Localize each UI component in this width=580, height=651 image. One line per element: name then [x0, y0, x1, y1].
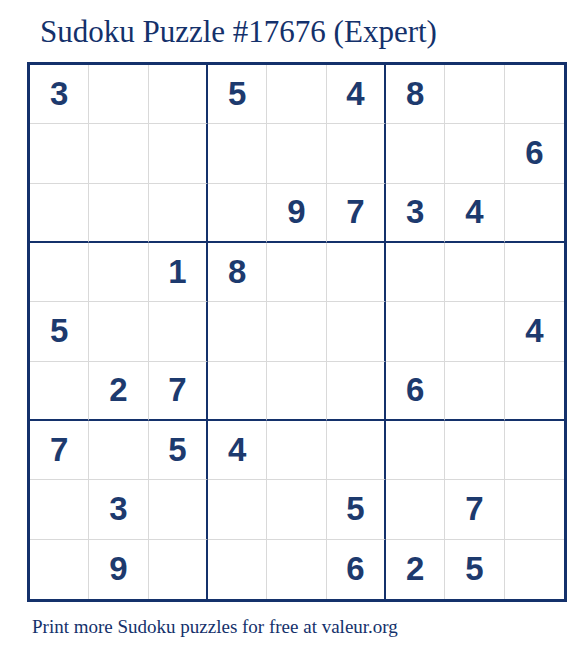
- cell-r5c1[interactable]: 5: [30, 302, 89, 361]
- cell-r8c7[interactable]: [386, 480, 445, 539]
- cell-r6c9[interactable]: [505, 362, 564, 421]
- cell-r1c2[interactable]: [89, 65, 148, 124]
- cell-r4c4[interactable]: 8: [208, 243, 267, 302]
- cell-r1c7[interactable]: 8: [386, 65, 445, 124]
- cell-r8c1[interactable]: [30, 480, 89, 539]
- cell-r1c5[interactable]: [267, 65, 326, 124]
- cell-r3c9[interactable]: [505, 184, 564, 243]
- cell-r3c1[interactable]: [30, 184, 89, 243]
- cell-r4c2[interactable]: [89, 243, 148, 302]
- cell-r1c8[interactable]: [445, 65, 504, 124]
- cell-r6c3[interactable]: 7: [149, 362, 208, 421]
- cell-r7c1[interactable]: 7: [30, 421, 89, 480]
- cell-r7c3[interactable]: 5: [149, 421, 208, 480]
- cell-r2c9[interactable]: 6: [505, 124, 564, 183]
- cell-r4c9[interactable]: [505, 243, 564, 302]
- cell-r6c1[interactable]: [30, 362, 89, 421]
- cell-r8c9[interactable]: [505, 480, 564, 539]
- cell-r9c8[interactable]: 5: [445, 540, 504, 599]
- cell-r4c1[interactable]: [30, 243, 89, 302]
- cell-r8c6[interactable]: 5: [327, 480, 386, 539]
- cell-r5c8[interactable]: [445, 302, 504, 361]
- cell-r3c5[interactable]: 9: [267, 184, 326, 243]
- cell-r2c6[interactable]: [327, 124, 386, 183]
- cell-r9c3[interactable]: [149, 540, 208, 599]
- cell-r8c5[interactable]: [267, 480, 326, 539]
- sudoku-board: 35486973418542767543579625: [27, 62, 567, 602]
- cell-r2c8[interactable]: [445, 124, 504, 183]
- cell-r7c6[interactable]: [327, 421, 386, 480]
- cell-r6c6[interactable]: [327, 362, 386, 421]
- footer-text: Print more Sudoku puzzles for free at va…: [32, 616, 398, 638]
- cell-r4c7[interactable]: [386, 243, 445, 302]
- cell-r4c5[interactable]: [267, 243, 326, 302]
- cell-r6c8[interactable]: [445, 362, 504, 421]
- cell-r9c1[interactable]: [30, 540, 89, 599]
- cell-r9c9[interactable]: [505, 540, 564, 599]
- cell-r1c3[interactable]: [149, 65, 208, 124]
- cell-r2c1[interactable]: [30, 124, 89, 183]
- cell-r2c3[interactable]: [149, 124, 208, 183]
- cell-r7c8[interactable]: [445, 421, 504, 480]
- cell-r1c4[interactable]: 5: [208, 65, 267, 124]
- cell-r5c6[interactable]: [327, 302, 386, 361]
- cell-r5c2[interactable]: [89, 302, 148, 361]
- cell-r1c1[interactable]: 3: [30, 65, 89, 124]
- cell-r7c7[interactable]: [386, 421, 445, 480]
- cell-r3c4[interactable]: [208, 184, 267, 243]
- cell-r9c5[interactable]: [267, 540, 326, 599]
- cell-r2c5[interactable]: [267, 124, 326, 183]
- cell-r7c5[interactable]: [267, 421, 326, 480]
- cell-r6c2[interactable]: 2: [89, 362, 148, 421]
- cell-r8c2[interactable]: 3: [89, 480, 148, 539]
- cell-r1c9[interactable]: [505, 65, 564, 124]
- cell-r5c9[interactable]: 4: [505, 302, 564, 361]
- cell-r2c7[interactable]: [386, 124, 445, 183]
- cell-r7c2[interactable]: [89, 421, 148, 480]
- cell-r5c3[interactable]: [149, 302, 208, 361]
- cell-r1c6[interactable]: 4: [327, 65, 386, 124]
- cell-r9c4[interactable]: [208, 540, 267, 599]
- cell-r2c2[interactable]: [89, 124, 148, 183]
- cell-r8c4[interactable]: [208, 480, 267, 539]
- cell-r2c4[interactable]: [208, 124, 267, 183]
- cell-r3c3[interactable]: [149, 184, 208, 243]
- cell-r9c2[interactable]: 9: [89, 540, 148, 599]
- cell-r4c8[interactable]: [445, 243, 504, 302]
- cell-r8c3[interactable]: [149, 480, 208, 539]
- cell-r3c2[interactable]: [89, 184, 148, 243]
- cell-r3c7[interactable]: 3: [386, 184, 445, 243]
- cell-r7c9[interactable]: [505, 421, 564, 480]
- cell-r7c4[interactable]: 4: [208, 421, 267, 480]
- cell-r5c4[interactable]: [208, 302, 267, 361]
- cell-r6c5[interactable]: [267, 362, 326, 421]
- cell-r5c5[interactable]: [267, 302, 326, 361]
- cell-r5c7[interactable]: [386, 302, 445, 361]
- cell-r3c8[interactable]: 4: [445, 184, 504, 243]
- cell-r9c7[interactable]: 2: [386, 540, 445, 599]
- cell-r3c6[interactable]: 7: [327, 184, 386, 243]
- cell-r6c7[interactable]: 6: [386, 362, 445, 421]
- page-title: Sudoku Puzzle #17676 (Expert): [40, 13, 437, 50]
- cell-r4c6[interactable]: [327, 243, 386, 302]
- cell-r8c8[interactable]: 7: [445, 480, 504, 539]
- cell-r6c4[interactable]: [208, 362, 267, 421]
- cell-r9c6[interactable]: 6: [327, 540, 386, 599]
- cell-r4c3[interactable]: 1: [149, 243, 208, 302]
